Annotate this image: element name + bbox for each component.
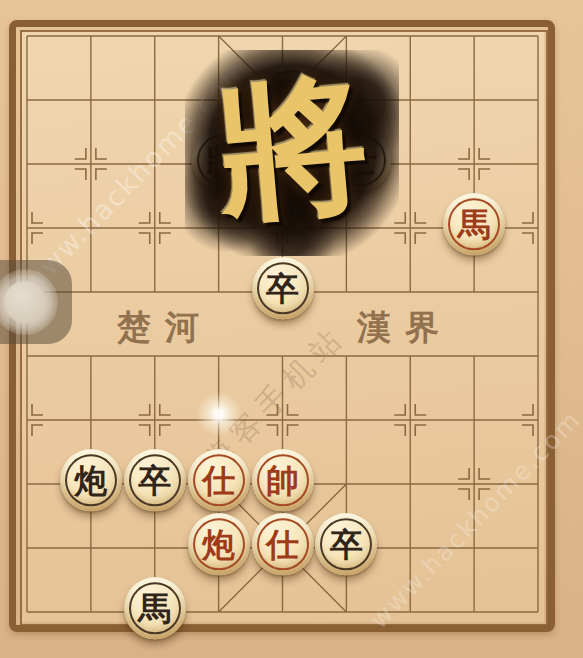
piece-red-horse[interactable]: 馬 <box>443 193 505 255</box>
river-label-chu: 楚河 <box>103 305 213 351</box>
piece-black-soldier-2[interactable]: 卒 <box>124 449 186 511</box>
piece-character: 卒 <box>330 528 363 561</box>
piece-red-cannon[interactable]: 炮 <box>188 513 250 575</box>
piece-character: 馬 <box>458 208 491 241</box>
river-label-han: 漢界 <box>343 305 453 351</box>
game-screen: 楚河 漢界 www.hackhome.com www.hackhome.com … <box>0 0 583 658</box>
move-hint-glow <box>196 391 242 437</box>
piece-red-advisor-2[interactable]: 仕 <box>252 513 314 575</box>
piece-character: 卒 <box>266 272 299 305</box>
floating-assistive-button[interactable] <box>0 260 72 344</box>
piece-black-horse[interactable]: 馬 <box>124 577 186 639</box>
piece-black-soldier-1[interactable]: 卒 <box>252 257 314 319</box>
piece-red-general[interactable]: 帥 <box>252 449 314 511</box>
piece-character: 仕 <box>266 528 299 561</box>
piece-character: 帥 <box>266 464 299 497</box>
piece-character: 卒 <box>138 464 171 497</box>
assistive-button-core <box>4 281 46 323</box>
piece-character: 炮 <box>202 528 235 561</box>
piece-black-cannon[interactable]: 炮 <box>60 449 122 511</box>
piece-character: 炮 <box>74 464 107 497</box>
piece-red-advisor-1[interactable]: 仕 <box>188 449 250 511</box>
piece-black-soldier-3[interactable]: 卒 <box>315 513 377 575</box>
piece-character: 仕 <box>202 464 235 497</box>
piece-character: 馬 <box>138 592 171 625</box>
check-banner: 將 <box>185 50 399 256</box>
check-character: 將 <box>211 66 374 229</box>
